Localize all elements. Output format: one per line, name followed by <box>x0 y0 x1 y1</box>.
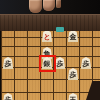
board-cell[interactable] <box>41 93 54 100</box>
board-cell[interactable] <box>15 30 28 38</box>
board-cell[interactable] <box>28 38 41 47</box>
board-cell[interactable] <box>80 38 93 47</box>
shogi-piece-pawn[interactable]: 歩 <box>3 57 14 69</box>
board-cell[interactable]: 金 <box>67 30 80 38</box>
shogi-piece-pawn[interactable]: 歩 <box>55 57 66 69</box>
board-cell[interactable] <box>80 47 93 57</box>
shogi-piece-pawn[interactable]: 歩 <box>81 57 92 69</box>
board-cell[interactable]: 歩 <box>2 93 15 100</box>
board-cell[interactable] <box>2 80 15 93</box>
shogi-piece-pawn[interactable]: 歩 <box>3 93 14 100</box>
board-cell[interactable] <box>80 68 93 80</box>
piece-kanji: 金 <box>70 33 77 42</box>
board-cell[interactable] <box>93 57 100 68</box>
board-cell[interactable] <box>93 30 100 38</box>
piece-kanji: 歩 <box>57 60 64 69</box>
board-cell[interactable]: 玉 <box>67 93 80 100</box>
highlight-square <box>39 55 56 72</box>
photo-scene: と金角歩銀歩歩歩歩玉 <box>0 0 100 100</box>
board-cell[interactable] <box>15 93 28 100</box>
board-cell[interactable] <box>93 68 100 80</box>
board-cell[interactable]: 歩 <box>67 68 80 80</box>
board-cell[interactable] <box>15 68 28 80</box>
board-cell[interactable]: 歩 <box>80 57 93 68</box>
player-hand <box>29 0 61 14</box>
board-cell[interactable] <box>2 38 15 47</box>
board-cell[interactable] <box>67 57 80 68</box>
piece-kanji: 歩 <box>5 96 12 100</box>
board-cell[interactable] <box>15 47 28 57</box>
board-cell[interactable] <box>15 38 28 47</box>
piece-kanji: と <box>43 33 50 42</box>
board-cell[interactable] <box>28 93 41 100</box>
finger <box>43 0 55 11</box>
board-cell[interactable] <box>67 47 80 57</box>
background-object-teal <box>56 27 64 32</box>
board-cell[interactable] <box>93 38 100 47</box>
piece-kanji: 歩 <box>70 71 77 80</box>
finger <box>29 0 42 13</box>
board-cell[interactable] <box>2 30 15 38</box>
board-cell[interactable] <box>54 93 67 100</box>
board-cell[interactable] <box>28 80 41 93</box>
board-cell[interactable]: 歩 <box>2 57 15 68</box>
shogi-piece-king[interactable]: 玉 <box>68 93 79 100</box>
shogi-piece-tokin[interactable]: と <box>42 30 53 42</box>
board-cell[interactable] <box>15 57 28 68</box>
finger <box>56 0 61 8</box>
board-cell[interactable] <box>2 47 15 57</box>
shogi-piece-pawn[interactable]: 歩 <box>68 68 79 80</box>
table-edge-rail <box>0 14 100 31</box>
board-cell[interactable] <box>41 80 54 93</box>
board-cell[interactable] <box>2 68 15 80</box>
board-cell[interactable] <box>80 30 93 38</box>
shogi-piece-gold[interactable]: 金 <box>68 30 79 42</box>
board-cell[interactable] <box>54 38 67 47</box>
board-cell[interactable] <box>54 80 67 93</box>
piece-kanji: 歩 <box>83 60 90 69</box>
piece-kanji: 玉 <box>70 96 77 100</box>
board-cell[interactable] <box>67 80 80 93</box>
board-cell[interactable] <box>93 47 100 57</box>
piece-kanji: 歩 <box>5 60 12 69</box>
board-cell[interactable] <box>28 30 41 38</box>
board-cell[interactable]: と <box>41 30 54 38</box>
board-cell[interactable] <box>15 80 28 93</box>
